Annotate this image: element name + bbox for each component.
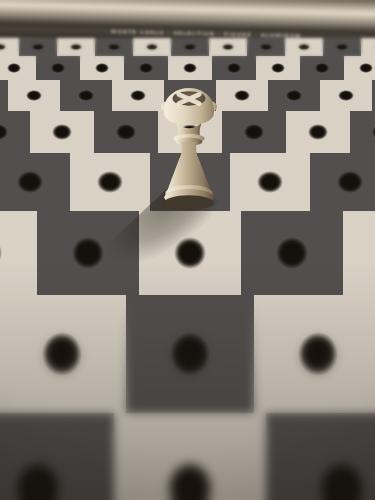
chessboard-photo: MONTE CARLO · SELECTION · FIGURE · ALUMI… — [0, 0, 375, 500]
board-square — [36, 56, 80, 80]
peg-hole — [234, 90, 251, 102]
white-queen-piece — [156, 84, 222, 220]
board-square — [0, 111, 30, 153]
peg-hole — [359, 63, 373, 72]
peg-hole — [95, 63, 109, 72]
board-row — [0, 38, 375, 56]
board-edge-text: MONTE CARLO · SELECTION · FIGURE · ALUMI… — [111, 29, 284, 38]
peg-hole — [139, 63, 153, 72]
board-square — [80, 56, 124, 80]
board-square — [0, 413, 114, 500]
board-square — [256, 56, 300, 80]
peg-hole — [276, 237, 309, 269]
board-square — [323, 38, 361, 56]
peg-hole — [0, 237, 2, 269]
board-row — [0, 295, 375, 413]
peg-hole — [97, 171, 123, 193]
board-square — [0, 153, 70, 211]
board-square — [94, 111, 158, 153]
peg-hole — [271, 63, 285, 72]
peg-hole — [26, 90, 43, 102]
board-square — [254, 295, 375, 413]
peg-hole — [32, 44, 44, 51]
peg-hole — [298, 44, 310, 51]
peg-hole — [286, 90, 303, 102]
peg-hole — [260, 44, 272, 51]
board-square — [300, 56, 344, 80]
board-row — [0, 56, 375, 80]
peg-hole — [336, 44, 348, 51]
board-square — [343, 211, 375, 295]
peg-hole — [52, 124, 72, 140]
peg-hole — [14, 460, 63, 500]
board-square — [266, 413, 375, 500]
board-square — [0, 295, 126, 413]
board-square — [0, 80, 8, 111]
peg-hole — [298, 332, 339, 377]
board-square — [114, 413, 266, 500]
peg-hole — [227, 63, 241, 72]
board-square — [285, 38, 323, 56]
board-square — [212, 56, 256, 80]
peg-hole — [0, 124, 8, 140]
board-square — [268, 80, 320, 111]
board-square — [216, 80, 268, 111]
peg-hole — [42, 332, 83, 377]
peg-hole — [116, 124, 136, 140]
board-row — [0, 413, 375, 500]
board-square — [247, 38, 285, 56]
peg-hole — [166, 460, 215, 500]
peg-hole — [51, 63, 65, 72]
board-square — [126, 295, 254, 413]
board-square — [30, 111, 94, 153]
board-square — [168, 56, 212, 80]
peg-hole — [244, 124, 264, 140]
board-square — [241, 211, 343, 295]
peg-hole — [337, 171, 363, 193]
peg-hole — [108, 44, 120, 51]
board-square — [60, 80, 112, 111]
board-square — [310, 153, 375, 211]
peg-hole — [315, 63, 329, 72]
peg-hole — [130, 90, 147, 102]
peg-hole — [222, 44, 234, 51]
board-square — [286, 111, 350, 153]
board-square — [0, 211, 37, 295]
board-square — [320, 80, 372, 111]
peg-hole — [17, 171, 43, 193]
board-square — [19, 38, 57, 56]
board-square — [344, 56, 375, 80]
board-square — [361, 38, 375, 56]
peg-hole — [308, 124, 328, 140]
peg-hole — [338, 90, 355, 102]
board-square — [0, 38, 19, 56]
peg-hole — [318, 460, 367, 500]
board-square — [70, 153, 150, 211]
peg-hole — [78, 90, 95, 102]
board-square — [95, 38, 133, 56]
board-square — [0, 56, 36, 80]
peg-hole — [146, 44, 158, 51]
peg-hole — [0, 44, 6, 51]
board-square — [222, 111, 286, 153]
board-square — [230, 153, 310, 211]
board-square — [8, 80, 60, 111]
peg-hole — [70, 44, 82, 51]
board-square — [124, 56, 168, 80]
board-square — [57, 38, 95, 56]
peg-hole — [170, 332, 211, 377]
peg-hole — [72, 237, 105, 269]
board-square — [171, 38, 209, 56]
board-square — [133, 38, 171, 56]
peg-hole — [183, 63, 197, 72]
board-square — [350, 111, 375, 153]
peg-hole — [257, 171, 283, 193]
peg-hole — [7, 63, 21, 72]
board-square — [209, 38, 247, 56]
peg-hole — [184, 44, 196, 51]
